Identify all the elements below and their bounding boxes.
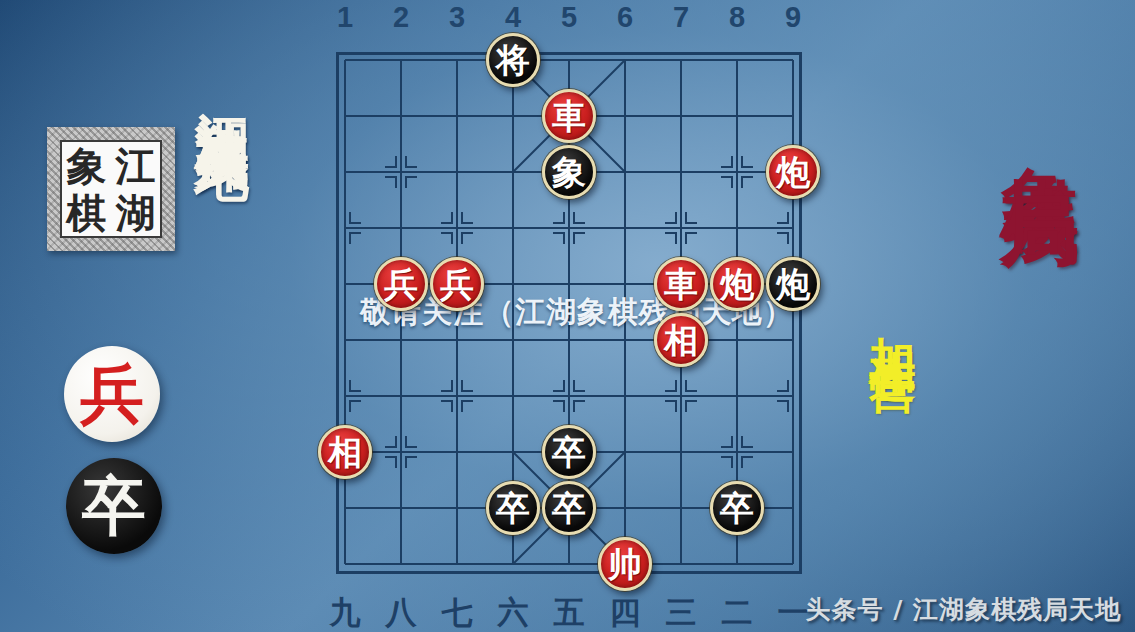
piece-char: 象 [552, 155, 586, 189]
piece-char: 相 [328, 435, 362, 469]
piece-red-chariot[interactable]: 車 [542, 89, 596, 143]
file-label-top: 1 [323, 1, 367, 34]
seal-char: 象 [67, 146, 107, 186]
piece-char: 卒 [496, 491, 530, 525]
piece-black-elephant[interactable]: 象 [542, 145, 596, 199]
piece-red-general[interactable]: 帅 [598, 537, 652, 591]
file-label-top: 5 [547, 1, 591, 34]
rank-label-bottom: 九 [322, 592, 368, 632]
seal-char: 湖 [116, 193, 156, 233]
page-background: 象 江 棋 湖 江湖象棋残局天地 兵 卒 123456789 九八七六五四三二一… [0, 0, 1135, 632]
piece-red-soldier[interactable]: 兵 [430, 257, 484, 311]
rank-label-bottom: 四 [602, 592, 648, 632]
piece-black-cannon[interactable]: 炮 [766, 257, 820, 311]
piece-char: 兵 [384, 267, 418, 301]
piece-char: 炮 [776, 267, 810, 301]
decor-black-soldier-char: 卒 [82, 474, 146, 538]
piece-black-soldier[interactable]: 卒 [542, 481, 596, 535]
seal-char: 江 [116, 146, 156, 186]
piece-black-soldier[interactable]: 卒 [542, 425, 596, 479]
piece-char: 炮 [776, 155, 810, 189]
piece-red-elephant[interactable]: 相 [318, 425, 372, 479]
piece-char: 帅 [608, 547, 642, 581]
piece-char: 相 [664, 323, 698, 357]
piece-char: 将 [496, 43, 530, 77]
seal-inner: 象 江 棋 湖 [60, 140, 162, 238]
left-vertical-title: 江湖象棋残局天地 [186, 70, 259, 575]
seal-char: 棋 [67, 193, 107, 233]
file-label-top: 3 [435, 1, 479, 34]
piece-char: 車 [552, 99, 586, 133]
xiangqi-board: 敬请关注（江湖象棋残局天地） 将車象炮兵兵車炮炮相相卒卒卒卒帅 [336, 52, 802, 574]
file-label-top: 4 [491, 1, 535, 34]
piece-black-general[interactable]: 将 [486, 33, 540, 87]
file-label-top: 6 [603, 1, 647, 34]
piece-char: 卒 [552, 435, 586, 469]
piece-red-elephant[interactable]: 相 [654, 313, 708, 367]
piece-red-chariot[interactable]: 車 [654, 257, 708, 311]
rank-label-bottom: 六 [490, 592, 536, 632]
rank-label-bottom: 七 [434, 592, 480, 632]
file-label-top: 8 [715, 1, 759, 34]
file-label-top: 7 [659, 1, 703, 34]
piece-red-soldier[interactable]: 兵 [374, 257, 428, 311]
file-label-top: 2 [379, 1, 423, 34]
piece-char: 炮 [720, 267, 754, 301]
rank-label-bottom: 一 [770, 592, 816, 632]
piece-red-cannon[interactable]: 炮 [766, 145, 820, 199]
piece-char: 卒 [552, 491, 586, 525]
jianghu-xiangqi-seal-logo: 象 江 棋 湖 [47, 127, 175, 251]
rank-label-bottom: 三 [658, 592, 704, 632]
piece-char: 卒 [720, 491, 754, 525]
rank-label-bottom: 五 [546, 592, 592, 632]
decor-black-soldier-piece: 卒 [66, 458, 162, 554]
file-label-top: 9 [771, 1, 815, 34]
credit-text: 头条号 / 江湖象棋残局天地 [805, 593, 1121, 626]
right-vertical-title: 象棋残局 [988, 104, 1093, 474]
piece-black-soldier[interactable]: 卒 [486, 481, 540, 535]
piece-char: 兵 [440, 267, 474, 301]
decor-red-soldier-char: 兵 [80, 362, 144, 426]
rank-label-bottom: 二 [714, 592, 760, 632]
pieces-layer: 将車象炮兵兵車炮炮相相卒卒卒卒帅 [336, 52, 802, 574]
piece-black-soldier[interactable]: 卒 [710, 481, 764, 535]
right-subtitle-vertical: 加相连营 [862, 298, 925, 538]
piece-char: 車 [664, 267, 698, 301]
rank-label-bottom: 八 [378, 592, 424, 632]
piece-red-cannon[interactable]: 炮 [710, 257, 764, 311]
decor-red-soldier-piece: 兵 [64, 346, 160, 442]
